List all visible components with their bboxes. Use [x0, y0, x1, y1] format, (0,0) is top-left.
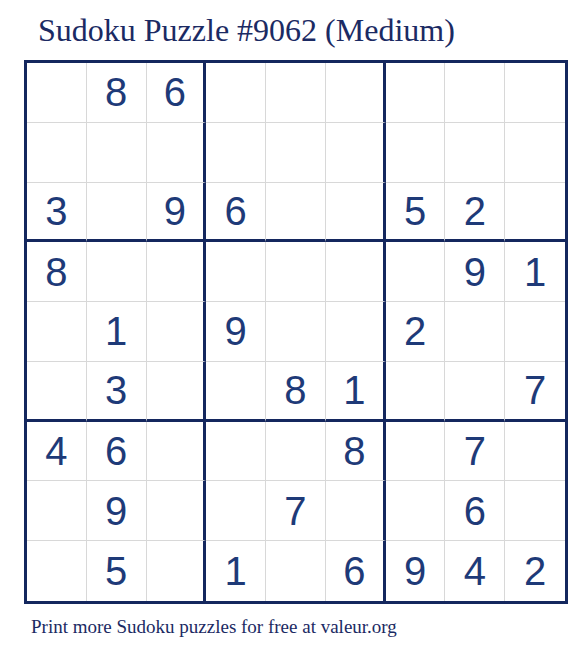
- cell-r7c7: [386, 422, 446, 482]
- sudoku-grid: 863965289119238174687976516942: [24, 60, 568, 604]
- cell-r8c8: 6: [445, 481, 505, 541]
- cell-r1c6: [326, 63, 386, 123]
- cell-r6c2: 3: [87, 362, 147, 422]
- cell-r4c1: 8: [27, 242, 87, 302]
- cell-r2c8: [445, 123, 505, 183]
- cell-r7c4: [206, 422, 266, 482]
- cell-r3c4: 6: [206, 183, 266, 243]
- cell-r4c3: [147, 242, 207, 302]
- cell-r9c3: [147, 541, 207, 601]
- sudoku-page: Sudoku Puzzle #9062 (Medium) 86396528911…: [0, 0, 574, 651]
- cell-r1c2: 8: [87, 63, 147, 123]
- cell-r8c1: [27, 481, 87, 541]
- cell-r3c3: 9: [147, 183, 207, 243]
- cell-r8c5: 7: [266, 481, 326, 541]
- cell-r5c6: [326, 302, 386, 362]
- cell-r8c4: [206, 481, 266, 541]
- cell-r9c7: 9: [386, 541, 446, 601]
- cell-r2c6: [326, 123, 386, 183]
- cell-r6c8: [445, 362, 505, 422]
- cell-r8c7: [386, 481, 446, 541]
- cell-r6c3: [147, 362, 207, 422]
- cell-r9c5: [266, 541, 326, 601]
- cell-r5c2: 1: [87, 302, 147, 362]
- cell-r5c5: [266, 302, 326, 362]
- cell-r7c2: 6: [87, 422, 147, 482]
- cell-r8c2: 9: [87, 481, 147, 541]
- cell-r1c3: 6: [147, 63, 207, 123]
- cell-r7c3: [147, 422, 207, 482]
- cell-r6c7: [386, 362, 446, 422]
- cell-r4c6: [326, 242, 386, 302]
- cell-r4c7: [386, 242, 446, 302]
- page-title: Sudoku Puzzle #9062 (Medium): [38, 12, 455, 49]
- cell-r9c6: 6: [326, 541, 386, 601]
- cell-r7c1: 4: [27, 422, 87, 482]
- cell-r7c8: 7: [445, 422, 505, 482]
- cell-r2c4: [206, 123, 266, 183]
- cell-r3c5: [266, 183, 326, 243]
- cell-r5c9: [505, 302, 565, 362]
- cell-r5c1: [27, 302, 87, 362]
- cell-r1c9: [505, 63, 565, 123]
- cell-r8c3: [147, 481, 207, 541]
- cell-r1c8: [445, 63, 505, 123]
- cell-r5c7: 2: [386, 302, 446, 362]
- cell-r6c9: 7: [505, 362, 565, 422]
- cell-r3c2: [87, 183, 147, 243]
- cell-r8c6: [326, 481, 386, 541]
- cell-r2c7: [386, 123, 446, 183]
- cell-r4c4: [206, 242, 266, 302]
- cell-r3c7: 5: [386, 183, 446, 243]
- cell-r7c6: 8: [326, 422, 386, 482]
- cell-r9c8: 4: [445, 541, 505, 601]
- cell-r2c3: [147, 123, 207, 183]
- cell-r2c1: [27, 123, 87, 183]
- cell-r6c5: 8: [266, 362, 326, 422]
- cell-r4c8: 9: [445, 242, 505, 302]
- cell-r5c3: [147, 302, 207, 362]
- cell-r6c6: 1: [326, 362, 386, 422]
- cell-r3c9: [505, 183, 565, 243]
- cell-r8c9: [505, 481, 565, 541]
- cell-r6c4: [206, 362, 266, 422]
- cell-r4c2: [87, 242, 147, 302]
- cell-r9c2: 5: [87, 541, 147, 601]
- footer-text: Print more Sudoku puzzles for free at va…: [31, 616, 397, 638]
- cell-r5c8: [445, 302, 505, 362]
- cell-r4c9: 1: [505, 242, 565, 302]
- cell-r2c5: [266, 123, 326, 183]
- cell-r9c1: [27, 541, 87, 601]
- cell-r2c9: [505, 123, 565, 183]
- cell-r2c2: [87, 123, 147, 183]
- cell-r1c1: [27, 63, 87, 123]
- cell-r3c8: 2: [445, 183, 505, 243]
- cell-r9c4: 1: [206, 541, 266, 601]
- cell-r9c9: 2: [505, 541, 565, 601]
- cell-r1c7: [386, 63, 446, 123]
- cell-r7c5: [266, 422, 326, 482]
- cell-r1c4: [206, 63, 266, 123]
- cell-r3c1: 3: [27, 183, 87, 243]
- cell-r5c4: 9: [206, 302, 266, 362]
- cell-r4c5: [266, 242, 326, 302]
- cell-r6c1: [27, 362, 87, 422]
- cell-r3c6: [326, 183, 386, 243]
- cell-r7c9: [505, 422, 565, 482]
- cell-r1c5: [266, 63, 326, 123]
